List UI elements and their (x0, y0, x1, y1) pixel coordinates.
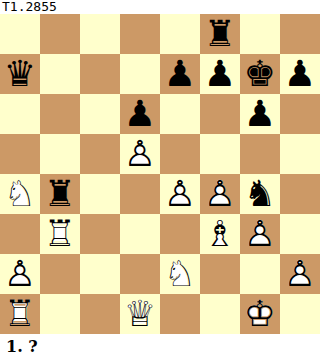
white-pawn-outline: ♙ (240, 214, 280, 254)
white-pawn-outline: ♙ (160, 174, 200, 214)
black-knight: ♞ (240, 174, 280, 214)
square-e2[interactable]: ♞♘ (160, 254, 200, 294)
black-pawn: ♟ (280, 54, 320, 94)
white-rook: ♜ (0, 294, 40, 334)
square-d1[interactable]: ♛♕ (120, 294, 160, 334)
square-b1[interactable] (40, 294, 80, 334)
chess-board: ♜♛♟♟♚♟♟♟♟♙♞♘♜♟♙♟♙♞♜♖♝♗♟♙♟♙♞♘♟♙♜♖♛♕♚♔ (0, 14, 320, 334)
square-c7[interactable] (80, 54, 120, 94)
square-d2[interactable] (120, 254, 160, 294)
white-pawn-outline: ♙ (120, 134, 160, 174)
square-c5[interactable] (80, 134, 120, 174)
square-a6[interactable] (0, 94, 40, 134)
square-c6[interactable] (80, 94, 120, 134)
square-d4[interactable] (120, 174, 160, 214)
black-pawn: ♟ (160, 54, 200, 94)
square-e6[interactable] (160, 94, 200, 134)
square-f2[interactable] (200, 254, 240, 294)
white-pawn: ♟ (120, 134, 160, 174)
white-knight-outline: ♘ (160, 254, 200, 294)
square-h5[interactable] (280, 134, 320, 174)
square-h3[interactable] (280, 214, 320, 254)
square-f4[interactable]: ♟♙ (200, 174, 240, 214)
square-c1[interactable] (80, 294, 120, 334)
square-h7[interactable]: ♟ (280, 54, 320, 94)
white-rook-outline: ♖ (40, 214, 80, 254)
square-a1[interactable]: ♜♖ (0, 294, 40, 334)
white-pawn: ♟ (200, 174, 240, 214)
white-knight: ♞ (160, 254, 200, 294)
white-pawn-outline: ♙ (200, 174, 240, 214)
square-f6[interactable] (200, 94, 240, 134)
puzzle-title: T1.2855 (2, 0, 57, 14)
white-bishop-outline: ♗ (200, 214, 240, 254)
square-b3[interactable]: ♜♖ (40, 214, 80, 254)
square-g6[interactable]: ♟ (240, 94, 280, 134)
square-b2[interactable] (40, 254, 80, 294)
black-rook: ♜ (200, 14, 240, 54)
white-pawn: ♟ (280, 254, 320, 294)
white-queen-outline: ♕ (120, 294, 160, 334)
square-b8[interactable] (40, 14, 80, 54)
white-king-outline: ♔ (240, 294, 280, 334)
square-e4[interactable]: ♟♙ (160, 174, 200, 214)
black-rook: ♜ (40, 174, 80, 214)
square-e5[interactable] (160, 134, 200, 174)
square-e3[interactable] (160, 214, 200, 254)
white-knight-outline: ♘ (0, 174, 40, 214)
white-knight: ♞ (0, 174, 40, 214)
square-h1[interactable] (280, 294, 320, 334)
black-king: ♚ (240, 54, 280, 94)
black-queen: ♛ (0, 54, 40, 94)
square-d5[interactable]: ♟♙ (120, 134, 160, 174)
square-f5[interactable] (200, 134, 240, 174)
square-a8[interactable] (0, 14, 40, 54)
square-b6[interactable] (40, 94, 80, 134)
square-e7[interactable]: ♟ (160, 54, 200, 94)
square-d8[interactable] (120, 14, 160, 54)
square-h6[interactable] (280, 94, 320, 134)
square-c2[interactable] (80, 254, 120, 294)
square-b5[interactable] (40, 134, 80, 174)
chess-puzzle-screen: T1.2855 ♜♛♟♟♚♟♟♟♟♙♞♘♜♟♙♟♙♞♜♖♝♗♟♙♟♙♞♘♟♙♜♖… (0, 0, 320, 360)
square-a2[interactable]: ♟♙ (0, 254, 40, 294)
white-pawn: ♟ (0, 254, 40, 294)
square-g4[interactable]: ♞ (240, 174, 280, 214)
square-g2[interactable] (240, 254, 280, 294)
square-h2[interactable]: ♟♙ (280, 254, 320, 294)
square-f1[interactable] (200, 294, 240, 334)
white-rook: ♜ (40, 214, 80, 254)
move-prompt: 1. ? (6, 337, 38, 356)
square-g1[interactable]: ♚♔ (240, 294, 280, 334)
square-c3[interactable] (80, 214, 120, 254)
black-pawn: ♟ (120, 94, 160, 134)
square-h4[interactable] (280, 174, 320, 214)
square-c4[interactable] (80, 174, 120, 214)
black-pawn: ♟ (240, 94, 280, 134)
square-f7[interactable]: ♟ (200, 54, 240, 94)
square-f8[interactable]: ♜ (200, 14, 240, 54)
square-d6[interactable]: ♟ (120, 94, 160, 134)
square-g8[interactable] (240, 14, 280, 54)
white-king: ♚ (240, 294, 280, 334)
square-b4[interactable]: ♜ (40, 174, 80, 214)
white-pawn: ♟ (160, 174, 200, 214)
square-a5[interactable] (0, 134, 40, 174)
square-d3[interactable] (120, 214, 160, 254)
white-rook-outline: ♖ (0, 294, 40, 334)
square-b7[interactable] (40, 54, 80, 94)
square-a4[interactable]: ♞♘ (0, 174, 40, 214)
square-h8[interactable] (280, 14, 320, 54)
square-d7[interactable] (120, 54, 160, 94)
square-a3[interactable] (0, 214, 40, 254)
square-e8[interactable] (160, 14, 200, 54)
black-pawn: ♟ (200, 54, 240, 94)
white-bishop: ♝ (200, 214, 240, 254)
white-pawn-outline: ♙ (280, 254, 320, 294)
square-e1[interactable] (160, 294, 200, 334)
white-pawn: ♟ (240, 214, 280, 254)
square-f3[interactable]: ♝♗ (200, 214, 240, 254)
square-a7[interactable]: ♛ (0, 54, 40, 94)
square-c8[interactable] (80, 14, 120, 54)
square-g3[interactable]: ♟♙ (240, 214, 280, 254)
square-g7[interactable]: ♚ (240, 54, 280, 94)
white-pawn-outline: ♙ (0, 254, 40, 294)
white-queen: ♛ (120, 294, 160, 334)
square-g5[interactable] (240, 134, 280, 174)
